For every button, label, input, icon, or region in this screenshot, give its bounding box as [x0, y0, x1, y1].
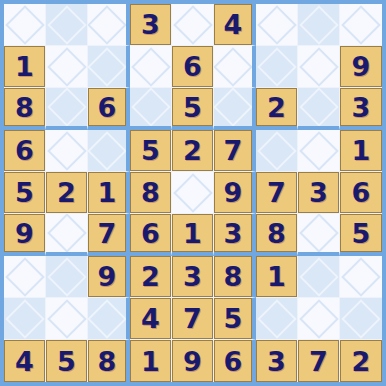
given-digit: 6 — [141, 220, 160, 247]
given-digit: 4 — [15, 348, 34, 375]
given-digit: 1 — [352, 137, 371, 164]
given-digit: 6 — [15, 137, 34, 164]
cell-r8c5: 7 — [172, 298, 214, 340]
cell-r4c4: 5 — [130, 130, 172, 172]
cell-r8c2[interactable] — [46, 298, 88, 340]
cell-r4c9: 1 — [340, 130, 382, 172]
cell-r7c8[interactable] — [298, 256, 340, 298]
cell-r6c8[interactable] — [298, 214, 340, 256]
given-digit: 6 — [183, 53, 202, 80]
cell-r9c6: 6 — [214, 340, 256, 382]
sudoku-board: 3416986523652715218973697613859238147545… — [0, 0, 386, 386]
cell-r2c3[interactable] — [88, 46, 130, 88]
given-digit: 2 — [267, 94, 286, 121]
cell-r1c1[interactable] — [4, 4, 46, 46]
cell-r1c8[interactable] — [298, 4, 340, 46]
cell-r7c6: 8 — [214, 256, 256, 298]
cell-r5c1: 5 — [4, 172, 46, 214]
cell-r9c9: 2 — [340, 340, 382, 382]
given-digit: 1 — [267, 263, 286, 290]
given-digit: 9 — [224, 179, 243, 206]
diamond-pattern-icon — [47, 299, 87, 339]
cell-r2c1: 1 — [4, 46, 46, 88]
given-digit: 3 — [352, 94, 371, 121]
given-digit: 8 — [15, 94, 34, 121]
cell-r6c7: 8 — [256, 214, 298, 256]
cell-r9c5: 9 — [172, 340, 214, 382]
cell-r5c9: 6 — [340, 172, 382, 214]
given-digit: 7 — [224, 137, 243, 164]
diamond-pattern-icon — [341, 299, 381, 339]
given-digit: 9 — [98, 263, 117, 290]
cell-r5c7: 7 — [256, 172, 298, 214]
given-digit: 5 — [183, 94, 202, 121]
cell-r8c1[interactable] — [4, 298, 46, 340]
given-digit: 4 — [141, 305, 160, 332]
cell-r1c9[interactable] — [340, 4, 382, 46]
given-digit: 1 — [98, 179, 117, 206]
cell-r1c2[interactable] — [46, 4, 88, 46]
given-digit: 8 — [98, 348, 117, 375]
given-digit: 9 — [15, 220, 34, 247]
cell-r7c1[interactable] — [4, 256, 46, 298]
cell-r6c9: 5 — [340, 214, 382, 256]
given-digit: 5 — [352, 220, 371, 247]
diamond-pattern-icon — [214, 47, 253, 87]
given-digit: 7 — [183, 305, 202, 332]
diamond-pattern-icon — [173, 5, 213, 45]
diamond-pattern-icon — [257, 5, 297, 45]
diamond-pattern-icon — [173, 173, 213, 213]
cell-r4c7[interactable] — [256, 130, 298, 172]
cell-r1c3[interactable] — [88, 4, 130, 46]
diamond-pattern-icon — [131, 47, 171, 87]
diamond-pattern-icon — [257, 131, 297, 171]
cell-r1c6: 4 — [214, 4, 256, 46]
diamond-pattern-icon — [5, 257, 45, 297]
given-digit: 3 — [183, 263, 202, 290]
given-digit: 9 — [352, 53, 371, 80]
diamond-pattern-icon — [257, 299, 297, 339]
diamond-pattern-icon — [47, 131, 87, 171]
given-digit: 6 — [98, 94, 117, 121]
cell-r3c3: 6 — [88, 88, 130, 130]
cell-r6c3: 7 — [88, 214, 130, 256]
given-digit: 5 — [57, 348, 76, 375]
cell-r3c7: 2 — [256, 88, 298, 130]
cell-r8c3[interactable] — [88, 298, 130, 340]
cell-r6c1: 9 — [4, 214, 46, 256]
diamond-pattern-icon — [341, 5, 381, 45]
cell-r4c1: 6 — [4, 130, 46, 172]
cell-r9c4: 1 — [130, 340, 172, 382]
cell-r9c7: 3 — [256, 340, 298, 382]
given-digit: 5 — [141, 137, 160, 164]
diamond-pattern-icon — [5, 5, 45, 45]
cell-r6c5: 1 — [172, 214, 214, 256]
diamond-pattern-icon — [299, 5, 339, 45]
cell-r5c2: 2 — [46, 172, 88, 214]
cell-r3c4[interactable] — [130, 88, 172, 130]
given-digit: 5 — [15, 179, 34, 206]
diamond-pattern-icon — [214, 88, 253, 127]
diamond-pattern-icon — [299, 214, 339, 253]
diamond-pattern-icon — [299, 88, 339, 127]
cell-r5c4: 8 — [130, 172, 172, 214]
given-digit: 3 — [141, 11, 160, 38]
cell-r4c6: 7 — [214, 130, 256, 172]
cell-r8c7[interactable] — [256, 298, 298, 340]
given-digit: 7 — [98, 220, 117, 247]
given-digit: 8 — [141, 179, 160, 206]
given-digit: 1 — [141, 348, 160, 375]
diamond-pattern-icon — [299, 257, 339, 297]
diamond-pattern-icon — [88, 299, 127, 339]
cell-r9c8: 7 — [298, 340, 340, 382]
cell-r2c7[interactable] — [256, 46, 298, 88]
given-digit: 8 — [224, 263, 243, 290]
diamond-pattern-icon — [47, 47, 87, 87]
cell-r2c2[interactable] — [46, 46, 88, 88]
cell-r2c4[interactable] — [130, 46, 172, 88]
diamond-pattern-icon — [299, 47, 339, 87]
cell-r8c4: 4 — [130, 298, 172, 340]
cell-r7c7: 1 — [256, 256, 298, 298]
given-digit: 2 — [183, 137, 202, 164]
cell-r1c4: 3 — [130, 4, 172, 46]
diamond-pattern-icon — [47, 257, 87, 297]
cell-r3c6[interactable] — [214, 88, 256, 130]
cell-r7c9[interactable] — [340, 256, 382, 298]
diamond-pattern-icon — [47, 5, 87, 45]
cell-r2c8[interactable] — [298, 46, 340, 88]
diamond-pattern-icon — [299, 299, 339, 339]
cell-r8c8[interactable] — [298, 298, 340, 340]
given-digit: 2 — [57, 179, 76, 206]
diamond-pattern-icon — [88, 47, 127, 87]
given-digit: 2 — [141, 263, 160, 290]
given-digit: 7 — [309, 348, 328, 375]
given-digit: 3 — [224, 220, 243, 247]
given-digit: 4 — [224, 11, 243, 38]
given-digit: 7 — [267, 179, 286, 206]
diamond-pattern-icon — [131, 88, 171, 127]
cell-r7c4: 2 — [130, 256, 172, 298]
cell-r6c6: 3 — [214, 214, 256, 256]
given-digit: 1 — [183, 220, 202, 247]
cell-r2c9: 9 — [340, 46, 382, 88]
cell-r1c7[interactable] — [256, 4, 298, 46]
cell-r6c4: 6 — [130, 214, 172, 256]
cell-r7c5: 3 — [172, 256, 214, 298]
cell-r5c8: 3 — [298, 172, 340, 214]
given-digit: 3 — [267, 348, 286, 375]
cell-r4c5: 2 — [172, 130, 214, 172]
cell-r3c2[interactable] — [46, 88, 88, 130]
given-digit: 2 — [352, 348, 371, 375]
diamond-pattern-icon — [88, 131, 127, 171]
diamond-pattern-icon — [88, 5, 127, 45]
cell-r2c5: 6 — [172, 46, 214, 88]
diamond-pattern-icon — [5, 299, 45, 339]
cell-r4c2[interactable] — [46, 130, 88, 172]
cell-r8c6: 5 — [214, 298, 256, 340]
cell-r3c8[interactable] — [298, 88, 340, 130]
cell-r4c8[interactable] — [298, 130, 340, 172]
given-digit: 8 — [267, 220, 286, 247]
given-digit: 3 — [309, 179, 328, 206]
given-digit: 5 — [224, 305, 243, 332]
cell-r7c2[interactable] — [46, 256, 88, 298]
cell-r3c9: 3 — [340, 88, 382, 130]
diamond-pattern-icon — [341, 257, 381, 297]
cell-r2c6[interactable] — [214, 46, 256, 88]
cell-r7c3: 9 — [88, 256, 130, 298]
diamond-pattern-icon — [299, 131, 339, 171]
diamond-pattern-icon — [257, 47, 297, 87]
diamond-pattern-icon — [47, 88, 87, 127]
cell-r8c9[interactable] — [340, 298, 382, 340]
cell-r6c2[interactable] — [46, 214, 88, 256]
cell-r3c1: 8 — [4, 88, 46, 130]
cell-r5c5[interactable] — [172, 172, 214, 214]
cell-r5c6: 9 — [214, 172, 256, 214]
cell-r3c5: 5 — [172, 88, 214, 130]
given-digit: 6 — [352, 179, 371, 206]
cell-r4c3[interactable] — [88, 130, 130, 172]
diamond-pattern-icon — [47, 214, 87, 253]
cell-r1c5[interactable] — [172, 4, 214, 46]
given-digit: 9 — [183, 348, 202, 375]
given-digit: 1 — [15, 53, 34, 80]
cell-r9c1: 4 — [4, 340, 46, 382]
cell-r9c3: 8 — [88, 340, 130, 382]
cell-r9c2: 5 — [46, 340, 88, 382]
cell-r5c3: 1 — [88, 172, 130, 214]
given-digit: 6 — [224, 348, 243, 375]
